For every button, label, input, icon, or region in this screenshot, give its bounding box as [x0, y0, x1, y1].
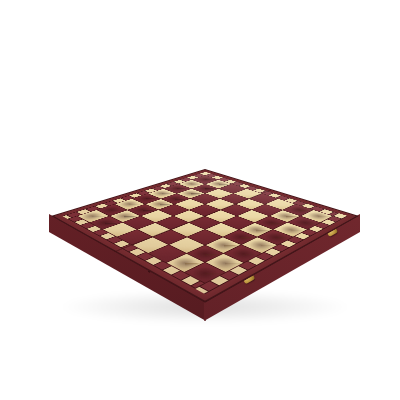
square-h4[interactable]	[133, 237, 168, 253]
square-g6[interactable]	[123, 216, 155, 229]
product-photo-stage: ♜♞♟♝♟♛♟♚♟♝♟♞♟♟♜♟♟♜♟♟♞♟♝♟♛♟♚♟♝♟♞♜	[0, 0, 400, 400]
board-3d: ♜♞♟♝♟♛♟♚♟♝♟♞♟♟♜♟♟♜♟♟♞♟♝♟♛♟♚♟♝♟♞♜	[51, 169, 359, 303]
square-h5[interactable]	[118, 230, 152, 245]
